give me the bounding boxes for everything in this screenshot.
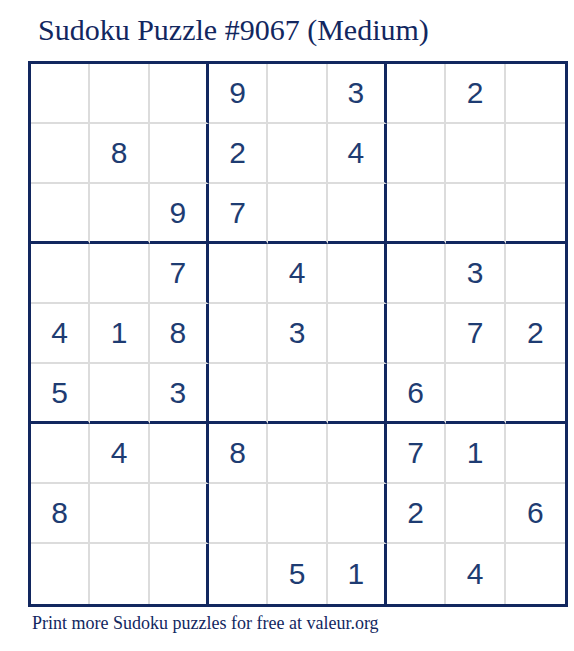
sudoku-cell-r2c1[interactable] (31, 124, 90, 184)
page-title: Sudoku Puzzle #9067 (Medium) (38, 13, 429, 47)
sudoku-cell-r9c7[interactable] (387, 544, 446, 604)
sudoku-cell-r7c2[interactable]: 4 (90, 424, 149, 484)
sudoku-cell-r9c1[interactable] (31, 544, 90, 604)
sudoku-cell-r6c2[interactable] (90, 364, 149, 424)
sudoku-cell-r4c5[interactable]: 4 (268, 244, 327, 304)
sudoku-cell-r9c9[interactable] (506, 544, 565, 604)
sudoku-cell-r5c1[interactable]: 4 (31, 304, 90, 364)
sudoku-cell-r8c3[interactable] (150, 484, 209, 544)
sudoku-cell-r2c3[interactable] (150, 124, 209, 184)
sudoku-cell-r4c4[interactable] (209, 244, 268, 304)
sudoku-cell-r7c5[interactable] (268, 424, 327, 484)
sudoku-cell-r9c6[interactable]: 1 (328, 544, 387, 604)
sudoku-cell-r1c9[interactable] (506, 64, 565, 124)
sudoku-cell-r6c1[interactable]: 5 (31, 364, 90, 424)
sudoku-cell-r2c9[interactable] (506, 124, 565, 184)
sudoku-cell-r2c7[interactable] (387, 124, 446, 184)
sudoku-cell-r6c5[interactable] (268, 364, 327, 424)
sudoku-cell-r4c3[interactable]: 7 (150, 244, 209, 304)
sudoku-cell-r7c1[interactable] (31, 424, 90, 484)
sudoku-cell-r1c5[interactable] (268, 64, 327, 124)
sudoku-cell-r9c2[interactable] (90, 544, 149, 604)
sudoku-cell-r7c6[interactable] (328, 424, 387, 484)
sudoku-cell-r4c7[interactable] (387, 244, 446, 304)
sudoku-cell-r3c2[interactable] (90, 184, 149, 244)
sudoku-cell-r8c1[interactable]: 8 (31, 484, 90, 544)
sudoku-cell-r5c7[interactable] (387, 304, 446, 364)
sudoku-cell-r3c8[interactable] (446, 184, 505, 244)
sudoku-cell-r2c4[interactable]: 2 (209, 124, 268, 184)
sudoku-cell-r3c6[interactable] (328, 184, 387, 244)
footer-text: Print more Sudoku puzzles for free at va… (32, 613, 379, 634)
sudoku-cell-r4c9[interactable] (506, 244, 565, 304)
sudoku-cell-r5c6[interactable] (328, 304, 387, 364)
sudoku-cell-r3c3[interactable]: 9 (150, 184, 209, 244)
sudoku-cell-r6c9[interactable] (506, 364, 565, 424)
sudoku-cell-r2c8[interactable] (446, 124, 505, 184)
sudoku-cell-r8c8[interactable] (446, 484, 505, 544)
sudoku-cell-r2c2[interactable]: 8 (90, 124, 149, 184)
sudoku-cell-r4c8[interactable]: 3 (446, 244, 505, 304)
sudoku-cell-r1c8[interactable]: 2 (446, 64, 505, 124)
sudoku-cell-r5c2[interactable]: 1 (90, 304, 149, 364)
sudoku-cell-r6c7[interactable]: 6 (387, 364, 446, 424)
sudoku-page: Sudoku Puzzle #9067 (Medium) 93282497743… (0, 0, 574, 651)
sudoku-cell-r5c5[interactable]: 3 (268, 304, 327, 364)
sudoku-cell-r1c6[interactable]: 3 (328, 64, 387, 124)
sudoku-cell-r5c8[interactable]: 7 (446, 304, 505, 364)
sudoku-cell-r8c4[interactable] (209, 484, 268, 544)
sudoku-cell-r6c4[interactable] (209, 364, 268, 424)
sudoku-cell-r7c3[interactable] (150, 424, 209, 484)
sudoku-cell-r8c2[interactable] (90, 484, 149, 544)
sudoku-cell-r7c7[interactable]: 7 (387, 424, 446, 484)
sudoku-cell-r2c5[interactable] (268, 124, 327, 184)
sudoku-cell-r9c5[interactable]: 5 (268, 544, 327, 604)
sudoku-cell-r3c5[interactable] (268, 184, 327, 244)
sudoku-cell-r9c4[interactable] (209, 544, 268, 604)
sudoku-cell-r7c9[interactable] (506, 424, 565, 484)
sudoku-cell-r5c4[interactable] (209, 304, 268, 364)
sudoku-cell-r3c7[interactable] (387, 184, 446, 244)
sudoku-cell-r3c1[interactable] (31, 184, 90, 244)
sudoku-cell-r1c2[interactable] (90, 64, 149, 124)
sudoku-cell-r9c3[interactable] (150, 544, 209, 604)
sudoku-cell-r3c4[interactable]: 7 (209, 184, 268, 244)
sudoku-cell-r1c1[interactable] (31, 64, 90, 124)
sudoku-cell-r1c3[interactable] (150, 64, 209, 124)
sudoku-cell-r8c6[interactable] (328, 484, 387, 544)
sudoku-cell-r4c6[interactable] (328, 244, 387, 304)
sudoku-cell-r5c3[interactable]: 8 (150, 304, 209, 364)
sudoku-cell-r2c6[interactable]: 4 (328, 124, 387, 184)
sudoku-cell-r8c9[interactable]: 6 (506, 484, 565, 544)
sudoku-cell-r3c9[interactable] (506, 184, 565, 244)
sudoku-cell-r7c4[interactable]: 8 (209, 424, 268, 484)
sudoku-cell-r8c5[interactable] (268, 484, 327, 544)
sudoku-cell-r1c4[interactable]: 9 (209, 64, 268, 124)
sudoku-board: 932824977434183725364871826514 (28, 61, 568, 607)
sudoku-cell-r6c6[interactable] (328, 364, 387, 424)
sudoku-cell-r1c7[interactable] (387, 64, 446, 124)
sudoku-cell-r6c3[interactable]: 3 (150, 364, 209, 424)
sudoku-cell-r4c2[interactable] (90, 244, 149, 304)
sudoku-cell-r7c8[interactable]: 1 (446, 424, 505, 484)
sudoku-cell-r6c8[interactable] (446, 364, 505, 424)
sudoku-cell-r9c8[interactable]: 4 (446, 544, 505, 604)
sudoku-cell-r4c1[interactable] (31, 244, 90, 304)
sudoku-cell-r8c7[interactable]: 2 (387, 484, 446, 544)
sudoku-cell-r5c9[interactable]: 2 (506, 304, 565, 364)
